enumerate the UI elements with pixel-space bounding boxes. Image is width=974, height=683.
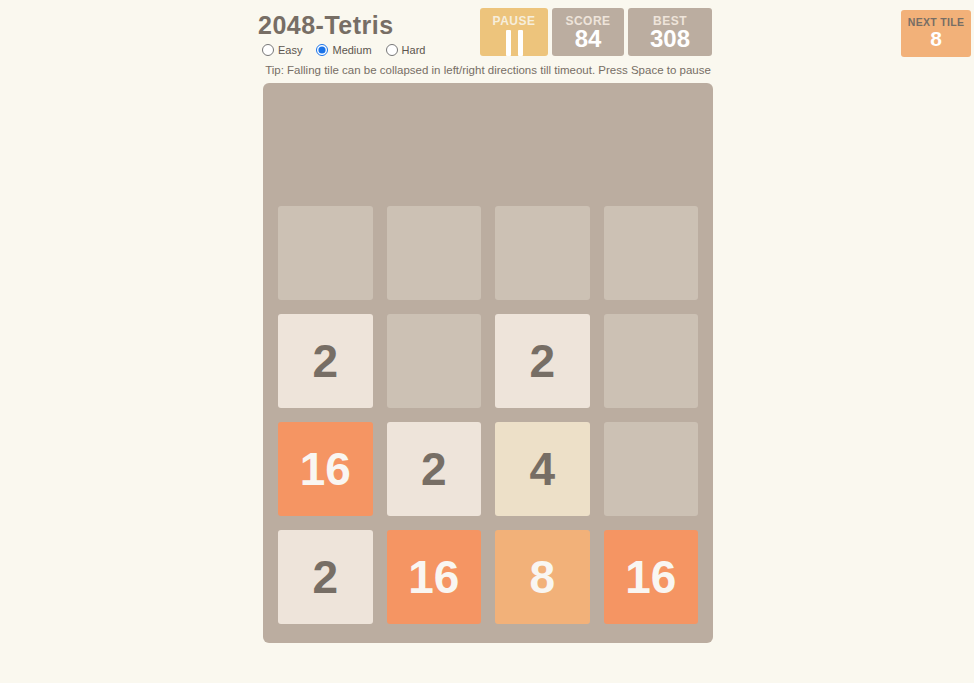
difficulty-radio-easy[interactable]	[262, 44, 274, 56]
score-box: SCORE 84	[552, 8, 624, 56]
difficulty-radio-group: Easy Medium Hard	[262, 44, 425, 56]
pause-button[interactable]: PAUSE	[480, 8, 548, 56]
empty-cell-r2c3	[604, 422, 699, 516]
difficulty-label-hard: Hard	[402, 44, 426, 56]
difficulty-option-hard[interactable]: Hard	[386, 44, 426, 56]
empty-cell-r1c3	[604, 314, 699, 408]
difficulty-option-easy[interactable]: Easy	[262, 44, 302, 56]
empty-cell-r0c3	[604, 206, 699, 300]
empty-cell-r0c2	[495, 206, 590, 300]
best-box: BEST 308	[628, 8, 712, 56]
tile-16-r3c3: 16	[604, 530, 699, 624]
next-tile-box: NEXT TILE 8	[901, 10, 971, 57]
next-tile-value: 8	[930, 28, 942, 50]
game-board: 221624216816	[263, 83, 713, 643]
board-drop-zone	[278, 98, 698, 206]
tile-16-r3c1: 16	[387, 530, 482, 624]
tile-16-r2c0: 16	[278, 422, 373, 516]
tile-2-r1c0: 2	[278, 314, 373, 408]
tile-8-r3c2: 8	[495, 530, 590, 624]
tile-grid: 221624216816	[278, 206, 698, 624]
difficulty-label-medium: Medium	[332, 44, 371, 56]
difficulty-option-medium[interactable]: Medium	[316, 44, 371, 56]
empty-cell-r0c0	[278, 206, 373, 300]
difficulty-radio-hard[interactable]	[386, 44, 398, 56]
difficulty-radio-medium[interactable]	[316, 44, 328, 56]
tile-2-r2c1: 2	[387, 422, 482, 516]
difficulty-label-easy: Easy	[278, 44, 302, 56]
empty-cell-r1c1	[387, 314, 482, 408]
tile-4-r2c2: 4	[495, 422, 590, 516]
pause-icon	[506, 30, 523, 56]
tile-2-r1c2: 2	[495, 314, 590, 408]
tip-text: Tip: Falling tile can be collapsed in le…	[263, 64, 713, 76]
empty-cell-r0c1	[387, 206, 482, 300]
pause-label: PAUSE	[493, 14, 536, 28]
tile-2-r3c0: 2	[278, 530, 373, 624]
best-value: 308	[650, 28, 690, 50]
score-value: 84	[575, 28, 602, 50]
hud: PAUSE SCORE 84 BEST 308	[480, 8, 712, 56]
page-title: 2048-Tetris	[258, 11, 394, 40]
